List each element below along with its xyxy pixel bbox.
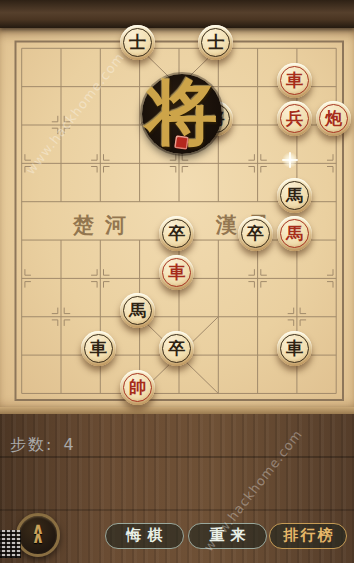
step-counter-value: 4 [63,435,75,454]
piece-red-7-1[interactable]: 車 [277,63,312,98]
piece-black-3-0[interactable]: 士 [120,25,155,60]
piece-black-7-8[interactable]: 車 [277,331,312,366]
restart-button[interactable]: 重来 [188,523,267,549]
chevron-up-icon: ∧ [19,530,57,546]
qr-watermark [0,530,21,558]
step-counter: 步数:4 [10,435,76,456]
undo-move-button[interactable]: 悔棋 [105,523,184,549]
piece-glyph: 炮 [316,101,351,136]
piece-red-8-2[interactable]: 炮 [316,101,351,136]
piece-glyph: 卒 [159,331,194,366]
piece-glyph: 車 [159,255,194,290]
piece-glyph: 馬 [277,178,312,213]
collapse-panel-button[interactable]: ∧ ∧ [16,513,60,557]
check-announcement-badge: 将 [142,74,222,154]
step-counter-label: 步数: [10,435,53,454]
piece-red-4-6[interactable]: 車 [159,255,194,290]
piece-black-3-7[interactable]: 馬 [120,293,155,328]
piece-glyph: 馬 [277,216,312,251]
piece-black-7-4[interactable]: 馬 [277,178,312,213]
top-wood-plank [0,0,354,28]
piece-glyph: 馬 [120,293,155,328]
piece-glyph: 兵 [277,101,312,136]
piece-glyph: 士 [120,25,155,60]
piece-glyph: 帥 [120,370,155,405]
wood-seam [0,509,354,511]
piece-glyph: 車 [81,331,116,366]
piece-black-5-0[interactable]: 士 [198,25,233,60]
game-screen: 楚河 漢界 士士車將兵炮馬卒卒馬車馬車卒車帥 将 步数:4 ∧ ∧ 悔棋 重来 … [0,0,354,563]
piece-black-2-8[interactable]: 車 [81,331,116,366]
leaderboard-button[interactable]: 排行榜 [269,523,347,549]
piece-glyph: 士 [198,25,233,60]
piece-black-4-8[interactable]: 卒 [159,331,194,366]
piece-glyph: 車 [277,63,312,98]
red-seal-stamp [174,135,189,150]
piece-red-7-2[interactable]: 兵 [277,101,312,136]
piece-glyph: 卒 [238,216,273,251]
piece-black-4-5[interactable]: 卒 [159,216,194,251]
wood-seam [0,456,354,458]
piece-glyph: 車 [277,331,312,366]
piece-black-6-5[interactable]: 卒 [238,216,273,251]
piece-red-7-5[interactable]: 馬 [277,216,312,251]
piece-glyph: 卒 [159,216,194,251]
piece-red-3-9[interactable]: 帥 [120,370,155,405]
